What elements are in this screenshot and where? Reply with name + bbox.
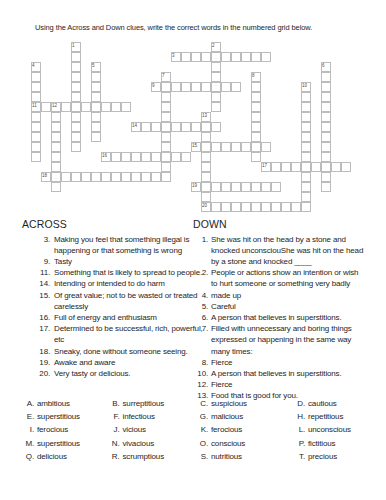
word-bank-word: infectious	[123, 410, 155, 423]
word-bank-letter: H.	[285, 410, 305, 423]
grid-cell[interactable]	[221, 82, 231, 92]
grid-cell[interactable]	[51, 182, 61, 192]
word-bank-letter: F.	[100, 410, 120, 423]
grid-cell[interactable]	[161, 112, 171, 122]
word-bank-word: scrumptious	[123, 450, 164, 463]
grid-cell[interactable]	[301, 152, 311, 162]
grid-cell[interactable]	[91, 102, 101, 112]
grid-cell[interactable]	[201, 112, 211, 122]
word-bank-item: D.cautious	[285, 397, 380, 410]
grid-cell[interactable]	[251, 122, 261, 132]
word-bank-letter: M.	[14, 437, 34, 450]
word-bank-item: B.surreptitious	[100, 397, 189, 410]
grid-cell[interactable]	[91, 132, 101, 142]
grid-cell[interactable]	[161, 132, 171, 142]
word-bank-letter: G.	[188, 410, 208, 423]
grid-cell[interactable]	[161, 152, 171, 162]
word-bank-item: E.superstitious	[14, 410, 100, 423]
grid-cell[interactable]	[81, 102, 91, 112]
grid-cell[interactable]	[161, 172, 171, 182]
word-bank-item: F.infectious	[100, 410, 189, 423]
word-bank-item: P.fictitious	[285, 437, 380, 450]
grid-cell[interactable]	[271, 182, 281, 192]
word-bank-word: delicious	[37, 450, 67, 463]
grid-cell[interactable]	[231, 202, 241, 212]
word-bank-item: R.scrumptious	[100, 450, 189, 463]
clue-text: Very tasty or delicious.	[54, 368, 130, 379]
word-bank-letter: R.	[100, 450, 120, 463]
grid-cell[interactable]	[51, 162, 61, 172]
word-bank-word: ferocious	[211, 423, 242, 436]
grid-cell[interactable]	[321, 132, 331, 142]
grid-cell[interactable]	[221, 182, 231, 192]
grid-cell[interactable]	[161, 102, 171, 112]
grid-cell[interactable]	[71, 142, 81, 152]
down-clue: 8.Fierce	[193, 357, 385, 368]
grid-cell[interactable]	[51, 102, 61, 112]
grid-cell[interactable]	[301, 102, 311, 112]
clue-text: Determined to be successful, rich, power…	[54, 323, 203, 345]
grid-cell[interactable]	[161, 92, 171, 102]
word-bank-word: suspicious	[211, 397, 247, 410]
clue-number: 11.	[22, 267, 50, 278]
grid-cell[interactable]	[31, 82, 41, 92]
grid-cell[interactable]	[251, 52, 261, 62]
clue-text: Sneaky, done without someone seeing.	[54, 346, 188, 357]
grid-cell[interactable]	[181, 152, 191, 162]
grid-cell[interactable]	[211, 52, 221, 62]
word-bank-word: repetitious	[308, 410, 343, 423]
grid-cell[interactable]	[131, 172, 141, 182]
grid-cell[interactable]	[201, 202, 211, 212]
grid-cell[interactable]	[291, 162, 301, 172]
down-clue: 5.Careful	[193, 301, 385, 312]
grid-cell[interactable]	[101, 152, 111, 162]
grid-cell[interactable]	[211, 72, 221, 82]
grid-cell[interactable]	[321, 172, 331, 182]
word-bank-word: vivacious	[123, 437, 155, 450]
grid-cell[interactable]	[251, 72, 261, 82]
clue-number: 9.	[22, 256, 50, 267]
word-bank-letter: J.	[100, 423, 120, 436]
clue-text: She was hit on the head by a stone and k…	[211, 234, 363, 268]
word-bank-item: I.ferocious	[14, 423, 100, 436]
down-header: DOWN	[193, 219, 385, 230]
word-bank-word: vicious	[123, 423, 146, 436]
grid-cell[interactable]	[301, 112, 311, 122]
grid-cell[interactable]	[141, 122, 151, 132]
down-clue: 2.People or actions show an intention or…	[193, 267, 385, 289]
across-clue: 15.Of great value; not to be wasted or t…	[22, 290, 198, 312]
grid-cell[interactable]	[81, 172, 91, 182]
grid-cell[interactable]	[201, 192, 211, 202]
clue-number: 2.	[193, 267, 208, 289]
grid-cell[interactable]	[211, 92, 221, 102]
word-bank-letter: A.	[14, 397, 34, 410]
grid-cell[interactable]	[201, 182, 211, 192]
grid-cell[interactable]	[191, 182, 201, 192]
grid-cell[interactable]	[31, 62, 41, 72]
word-bank-word: nutritious	[211, 450, 242, 463]
crossword-grid: 1234567891011121314151617181920	[31, 42, 351, 212]
grid-cell[interactable]	[301, 92, 311, 102]
down-clue: 7.Filled with unnecessary and boring thi…	[193, 323, 385, 357]
word-bank-item: H.repetitious	[285, 410, 380, 423]
grid-cell[interactable]	[191, 52, 201, 62]
grid-cell[interactable]	[181, 52, 191, 62]
grid-cell[interactable]	[241, 142, 251, 152]
grid-cell[interactable]	[301, 82, 311, 92]
grid-cell[interactable]	[201, 52, 211, 62]
grid-cell[interactable]	[31, 152, 41, 162]
across-clue: 16.Full of energy and enthusiasm	[22, 312, 198, 323]
grid-cell[interactable]	[301, 132, 311, 142]
grid-cell[interactable]	[251, 92, 261, 102]
grid-cell[interactable]	[191, 82, 201, 92]
down-clue: 10.A person that believes in superstitio…	[193, 368, 385, 379]
grid-cell[interactable]	[151, 152, 161, 162]
across-clue: 20.Very tasty or delicious.	[22, 368, 198, 379]
across-clue: 11.Something that is likely to spread to…	[22, 267, 198, 278]
clue-text: Making you feel that something illegal i…	[54, 234, 189, 256]
grid-cell[interactable]	[261, 162, 271, 172]
grid-cell[interactable]	[111, 152, 121, 162]
grid-cell[interactable]	[71, 62, 81, 72]
word-bank-item: C.suspicious	[188, 397, 285, 410]
word-bank-letter: S.	[188, 450, 208, 463]
clue-text: People or actions show an intention or w…	[211, 267, 358, 289]
grid-cell[interactable]	[321, 112, 331, 122]
across-section: ACROSS 3.Making you feel that something …	[22, 219, 198, 379]
grid-cell[interactable]	[251, 132, 261, 142]
grid-cell[interactable]	[261, 52, 271, 62]
clue-number: 20.	[22, 368, 50, 379]
grid-cell[interactable]	[271, 202, 281, 212]
grid-cell[interactable]	[251, 112, 261, 122]
word-bank-letter: E.	[14, 410, 34, 423]
clue-number: 4.	[193, 290, 208, 301]
grid-cell[interactable]	[41, 102, 51, 112]
grid-cell[interactable]	[301, 142, 311, 152]
grid-cell[interactable]	[161, 122, 171, 132]
down-clue-list: 1.She was hit on the head by a stone and…	[193, 234, 385, 402]
word-bank-word: conscious	[211, 437, 245, 450]
grid-cell[interactable]	[231, 82, 241, 92]
grid-cell[interactable]	[91, 62, 101, 72]
down-clue: 4.made up	[193, 290, 385, 301]
grid-cell[interactable]	[121, 172, 131, 182]
grid-cell[interactable]	[141, 152, 151, 162]
grid-cell[interactable]	[261, 182, 271, 192]
clue-number: 12.	[193, 379, 208, 390]
word-bank-word: unconscious	[308, 423, 351, 436]
word-bank-item: A.ambitious	[14, 397, 100, 410]
grid-cell[interactable]	[71, 112, 81, 122]
word-bank-letter: L.	[285, 423, 305, 436]
grid-cell[interactable]	[201, 82, 211, 92]
word-bank-word: superstitious	[37, 410, 80, 423]
clue-text: Tasty	[54, 256, 72, 267]
grid-cell[interactable]	[71, 42, 81, 52]
grid-cell[interactable]	[101, 102, 111, 112]
grid-cell[interactable]	[51, 152, 61, 162]
grid-cell[interactable]	[251, 152, 261, 162]
down-section: DOWN 1.She was hit on the head by a ston…	[193, 219, 385, 402]
across-clue: 18.Sneaky, done without someone seeing.	[22, 346, 198, 357]
grid-cell[interactable]	[51, 172, 61, 182]
word-bank-letter: P.	[285, 437, 305, 450]
clue-number: 17.	[22, 323, 50, 345]
word-bank-word: precious	[308, 450, 337, 463]
grid-cell[interactable]	[171, 52, 181, 62]
grid-cell[interactable]	[41, 172, 51, 182]
word-bank-letter: C.	[188, 397, 208, 410]
grid-cell[interactable]	[301, 192, 311, 202]
instructions-text: Using the Across and Down clues, write t…	[35, 23, 312, 32]
clue-number: 16.	[22, 312, 50, 323]
word-bank-letter: T.	[285, 450, 305, 463]
word-bank-word: ferocious	[37, 423, 68, 436]
clue-text: made up	[211, 290, 241, 301]
grid-cell[interactable]	[321, 152, 331, 162]
grid-cell[interactable]	[251, 202, 261, 212]
grid-cell[interactable]	[171, 122, 181, 132]
clue-number: 18.	[22, 346, 50, 357]
grid-cell[interactable]	[71, 102, 81, 112]
grid-cell[interactable]	[321, 82, 331, 92]
grid-cell[interactable]	[111, 102, 121, 112]
grid-cell[interactable]	[31, 72, 41, 82]
word-bank-letter: D.	[285, 397, 305, 410]
grid-cell[interactable]	[341, 162, 351, 172]
grid-cell[interactable]	[301, 172, 311, 182]
across-clue: 14.Intending or intended to do harm	[22, 278, 198, 289]
grid-cell[interactable]	[91, 122, 101, 132]
grid-cell[interactable]	[111, 172, 121, 182]
grid-cell[interactable]	[31, 142, 41, 152]
across-header: ACROSS	[22, 219, 198, 230]
word-bank-letter: Q.	[14, 450, 34, 463]
grid-cell[interactable]	[241, 52, 251, 62]
word-bank-item: M.superstitious	[14, 437, 100, 450]
clue-text: Awake and aware	[54, 357, 115, 368]
grid-cell[interactable]	[201, 162, 211, 172]
clue-number: 6.	[193, 312, 208, 323]
grid-cell[interactable]	[31, 122, 41, 132]
grid-cell[interactable]	[321, 182, 331, 192]
grid-cell[interactable]	[181, 122, 191, 132]
grid-cell[interactable]	[71, 52, 81, 62]
clue-number: 10.	[193, 368, 208, 379]
grid-cell[interactable]	[71, 122, 81, 132]
word-bank-letter: O.	[188, 437, 208, 450]
word-bank-item: J.vicious	[100, 423, 189, 436]
grid-cell[interactable]	[201, 172, 211, 182]
grid-cell[interactable]	[51, 122, 61, 132]
clue-text: Intending or intended to do harm	[54, 278, 165, 289]
grid-cell[interactable]	[231, 52, 241, 62]
grid-cell[interactable]	[321, 72, 331, 82]
grid-cell[interactable]	[91, 92, 101, 102]
grid-cell[interactable]	[121, 152, 131, 162]
word-bank-item: T.precious	[285, 450, 380, 463]
grid-cell[interactable]	[91, 172, 101, 182]
clue-text: Of great value; not to be wasted or trea…	[54, 290, 197, 312]
grid-cell[interactable]	[161, 142, 171, 152]
word-bank-letter: K.	[188, 423, 208, 436]
grid-cell[interactable]	[211, 62, 221, 72]
grid-cell[interactable]	[281, 162, 291, 172]
across-clue: 3.Making you feel that something illegal…	[22, 234, 198, 256]
grid-cell[interactable]	[131, 152, 141, 162]
grid-cell[interactable]	[211, 202, 221, 212]
word-bank-word: surreptitious	[123, 397, 165, 410]
word-bank-item: O.conscious	[188, 437, 285, 450]
clue-number: 5.	[193, 301, 208, 312]
grid-cell[interactable]	[291, 202, 301, 212]
grid-cell[interactable]	[211, 122, 221, 132]
word-bank-item: S.nutritious	[188, 450, 285, 463]
grid-cell[interactable]	[91, 82, 101, 92]
grid-cell[interactable]	[71, 92, 81, 102]
grid-cell[interactable]	[61, 172, 71, 182]
grid-cell[interactable]	[221, 52, 231, 62]
clue-text: A person that believes in superstitions.	[211, 312, 342, 323]
grid-cell[interactable]	[71, 132, 81, 142]
down-clue: 12.Fierce	[193, 379, 385, 390]
clue-text: Full of energy and enthusiasm	[54, 312, 157, 323]
word-bank: A.ambitiousB.surreptitiousC.suspiciousD.…	[14, 397, 380, 463]
grid-cell[interactable]	[201, 122, 211, 132]
word-bank-item: K.ferocious	[188, 423, 285, 436]
grid-cell[interactable]	[191, 122, 201, 132]
clue-text: Filled with unnecessary and boring thing…	[211, 323, 352, 357]
clue-number: 8.	[193, 357, 208, 368]
grid-cell[interactable]	[221, 202, 231, 212]
across-clue: 17.Determined to be successful, rich, po…	[22, 323, 198, 345]
grid-cell[interactable]	[171, 82, 181, 92]
clue-text: Fierce	[211, 379, 232, 390]
grid-cell[interactable]	[91, 72, 101, 82]
down-clue: 6.A person that believes in superstition…	[193, 312, 385, 323]
word-bank-item: G.malicious	[188, 410, 285, 423]
grid-cell[interactable]	[231, 142, 241, 152]
word-bank-word: cautious	[308, 397, 337, 410]
across-clue: 9.Tasty	[22, 256, 198, 267]
grid-cell[interactable]	[211, 42, 221, 52]
clue-number: 19.	[22, 357, 50, 368]
grid-cell[interactable]	[31, 92, 41, 102]
grid-cell[interactable]	[321, 62, 331, 72]
grid-cell[interactable]	[71, 72, 81, 82]
grid-cell[interactable]	[201, 132, 211, 142]
grid-cell[interactable]	[121, 102, 131, 112]
grid-cell[interactable]	[281, 202, 291, 212]
word-bank-item: Q.delicious	[14, 450, 100, 463]
grid-cell[interactable]	[251, 102, 261, 112]
word-bank-letter: B.	[100, 397, 120, 410]
grid-cell[interactable]	[201, 152, 211, 162]
grid-cell[interactable]	[141, 172, 151, 182]
grid-cell[interactable]	[301, 162, 311, 172]
grid-cell[interactable]	[191, 142, 201, 152]
grid-cell[interactable]	[261, 202, 271, 212]
grid-cell[interactable]	[221, 142, 231, 152]
grid-cell[interactable]	[271, 162, 281, 172]
grid-cell[interactable]	[171, 152, 181, 162]
grid-cell[interactable]	[71, 172, 81, 182]
grid-cell[interactable]	[211, 82, 221, 92]
clue-text: A person that believes in superstitions.	[211, 368, 342, 379]
grid-cell[interactable]	[211, 102, 221, 112]
word-bank-word: fictitious	[308, 437, 335, 450]
word-bank-word: ambitious	[37, 397, 70, 410]
across-clue: 19.Awake and aware	[22, 357, 198, 368]
grid-cell[interactable]	[261, 142, 271, 152]
grid-cell[interactable]	[161, 162, 171, 172]
grid-cell[interactable]	[251, 82, 261, 92]
grid-cell[interactable]	[211, 182, 221, 192]
grid-cell[interactable]	[241, 182, 251, 192]
grid-cell[interactable]	[311, 162, 321, 172]
word-bank-letter: I.	[14, 423, 34, 436]
grid-cell[interactable]	[181, 82, 191, 92]
grid-cell[interactable]	[161, 72, 171, 82]
across-clue-list: 3.Making you feel that something illegal…	[22, 234, 198, 380]
grid-cell[interactable]	[31, 132, 41, 142]
grid-cell[interactable]	[301, 122, 311, 132]
grid-cell[interactable]	[61, 102, 71, 112]
clue-text: Careful	[211, 301, 236, 312]
clue-number: 14.	[22, 278, 50, 289]
grid-cell[interactable]	[31, 102, 41, 112]
grid-cell[interactable]	[71, 82, 81, 92]
grid-cell[interactable]	[241, 202, 251, 212]
grid-cell[interactable]	[231, 182, 241, 192]
grid-cell[interactable]	[321, 122, 331, 132]
grid-cell[interactable]	[321, 92, 331, 102]
word-bank-item: N.vivacious	[100, 437, 189, 450]
grid-cell[interactable]	[51, 132, 61, 142]
grid-cell[interactable]	[151, 172, 161, 182]
grid-cell[interactable]	[251, 142, 261, 152]
grid-cell[interactable]	[131, 122, 141, 132]
down-clue: 1.She was hit on the head by a stone and…	[193, 234, 385, 268]
grid-cell[interactable]	[321, 162, 331, 172]
grid-cell[interactable]	[91, 112, 101, 122]
grid-cell[interactable]	[321, 102, 331, 112]
grid-cell[interactable]	[151, 122, 161, 132]
grid-cell[interactable]	[151, 82, 161, 92]
clue-number: 7.	[193, 323, 208, 357]
clue-number: 1.	[193, 234, 208, 268]
grid-cell[interactable]	[321, 142, 331, 152]
grid-cell[interactable]	[31, 112, 41, 122]
word-bank-item: L.unconscious	[285, 423, 380, 436]
grid-cell[interactable]	[51, 112, 61, 122]
grid-cell[interactable]	[301, 182, 311, 192]
grid-cell[interactable]	[301, 202, 311, 212]
grid-cell[interactable]	[331, 162, 341, 172]
word-bank-word: malicious	[211, 410, 243, 423]
grid-cell[interactable]	[51, 142, 61, 152]
grid-cell[interactable]	[251, 182, 261, 192]
grid-cell[interactable]	[211, 142, 221, 152]
grid-cell[interactable]	[201, 142, 211, 152]
grid-cell[interactable]	[101, 172, 111, 182]
clue-number: 3.	[22, 234, 50, 256]
grid-cell[interactable]	[161, 82, 171, 92]
